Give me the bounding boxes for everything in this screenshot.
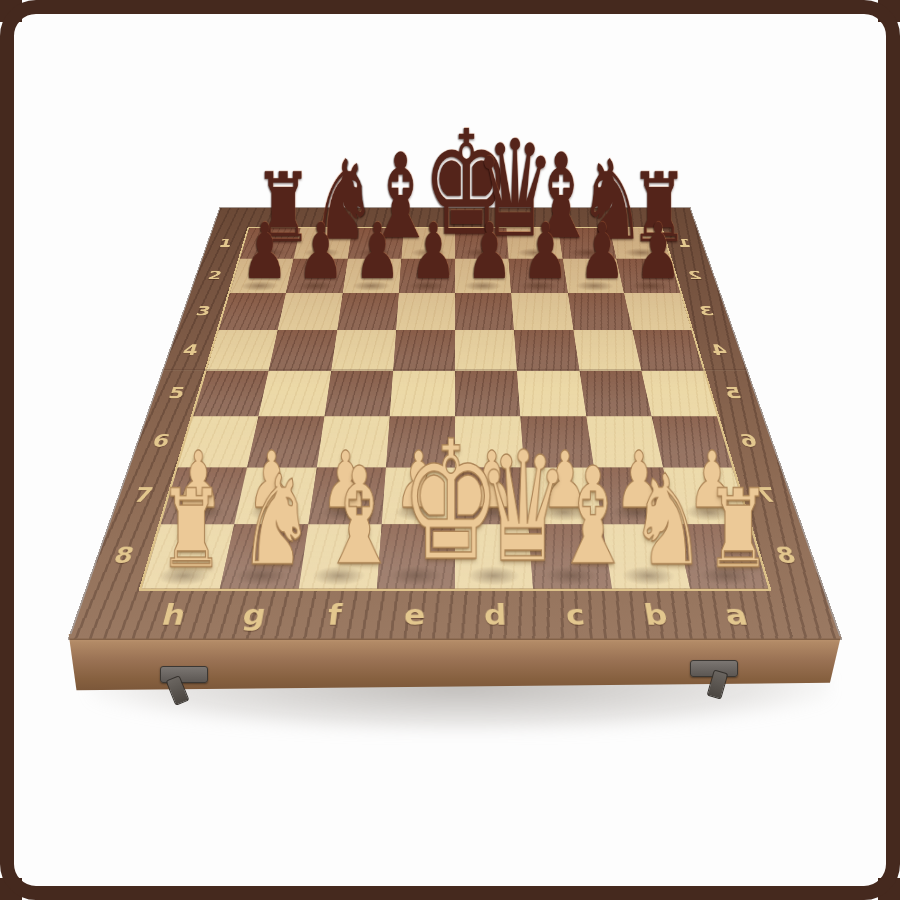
square-g5[interactable] <box>259 371 331 416</box>
photo-border-corner <box>878 878 900 900</box>
rank-label-3: 3 <box>698 305 716 318</box>
square-c2[interactable]: ♟ <box>509 259 568 293</box>
square-e8[interactable]: ♚ <box>377 524 455 588</box>
square-c3[interactable] <box>511 293 573 330</box>
square-d2[interactable]: ♟ <box>455 259 511 293</box>
rank-label-2: 2 <box>206 270 223 282</box>
rank-label-5: 5 <box>166 385 187 401</box>
square-b8[interactable]: ♞ <box>602 524 690 588</box>
rank-label-3: 3 <box>194 305 212 318</box>
square-b3[interactable] <box>568 293 633 330</box>
square-a3[interactable] <box>624 293 691 330</box>
file-labels-bottom: hgfedcba <box>127 591 783 639</box>
light-rook[interactable]: ♜ <box>689 475 767 584</box>
rank-label-8: 8 <box>773 544 799 566</box>
square-h5[interactable] <box>193 371 269 416</box>
square-c5[interactable] <box>517 371 586 416</box>
square-a4[interactable] <box>632 330 703 371</box>
square-f4[interactable] <box>331 330 396 371</box>
square-d8[interactable]: ♛ <box>455 524 533 588</box>
file-label-c: c <box>564 600 586 628</box>
square-g3[interactable] <box>278 293 343 330</box>
square-d3[interactable] <box>455 293 514 330</box>
dark-pawn[interactable]: ♟ <box>511 213 567 290</box>
dark-pawn[interactable]: ♟ <box>286 213 342 290</box>
dark-pawn[interactable]: ♟ <box>624 213 680 290</box>
dark-pawn[interactable]: ♟ <box>399 213 455 290</box>
squares-grid: ♜♞♝♚♛♝♞♜♟♟♟♟♟♟♟♟♟♟♟♟♟♟♟♟♜♞♝♚♛♝♞♜ <box>138 227 771 591</box>
file-label-b: b <box>642 600 670 628</box>
file-label-h: h <box>159 600 189 628</box>
dark-pawn[interactable]: ♟ <box>343 213 399 290</box>
file-label-a: a <box>722 600 751 628</box>
square-e2[interactable]: ♟ <box>399 259 455 293</box>
latch-left <box>160 666 208 683</box>
square-c8[interactable]: ♝ <box>529 524 612 588</box>
square-a2[interactable]: ♟ <box>616 259 680 293</box>
rank-label-4: 4 <box>710 343 729 357</box>
square-b2[interactable]: ♟ <box>563 259 624 293</box>
file-label-f: f <box>326 600 343 628</box>
fold-seam <box>163 370 747 371</box>
light-bishop[interactable]: ♝ <box>299 449 377 583</box>
square-f8[interactable]: ♝ <box>298 524 381 588</box>
square-h3[interactable] <box>219 293 286 330</box>
square-f5[interactable] <box>324 371 393 416</box>
file-label-g: g <box>240 600 268 628</box>
dark-pawn[interactable]: ♟ <box>455 213 511 290</box>
rank-label-8: 8 <box>111 544 137 566</box>
square-d4[interactable] <box>455 330 517 371</box>
square-g4[interactable] <box>269 330 337 371</box>
dark-pawn[interactable]: ♟ <box>230 213 286 290</box>
square-f3[interactable] <box>337 293 399 330</box>
square-g2[interactable]: ♟ <box>286 259 347 293</box>
square-f2[interactable]: ♟ <box>342 259 401 293</box>
square-e3[interactable] <box>396 293 455 330</box>
square-h2[interactable]: ♟ <box>230 259 294 293</box>
square-e4[interactable] <box>393 330 455 371</box>
file-label-d: d <box>483 600 507 628</box>
latch-right <box>690 660 738 677</box>
square-a8[interactable]: ♜ <box>676 524 769 588</box>
rank-label-2: 2 <box>687 270 704 282</box>
square-h4[interactable] <box>207 330 278 371</box>
light-queen[interactable]: ♛ <box>455 431 533 583</box>
chess-board: ♜♞♝♚♛♝♞♜♟♟♟♟♟♟♟♟♟♟♟♟♟♟♟♟♜♞♝♚♛♝♞♜ 1234567… <box>70 208 840 638</box>
photo-border-corner <box>878 0 900 22</box>
file-label-e: e <box>403 600 426 628</box>
rank-label-4: 4 <box>181 343 200 357</box>
square-b5[interactable] <box>579 371 651 416</box>
light-rook[interactable]: ♜ <box>143 475 221 584</box>
light-king[interactable]: ♚ <box>377 419 455 584</box>
light-knight[interactable]: ♞ <box>611 458 689 583</box>
light-bishop[interactable]: ♝ <box>533 449 611 583</box>
square-g8[interactable]: ♞ <box>220 524 308 588</box>
photo-border-corner <box>0 0 22 22</box>
square-a5[interactable] <box>641 371 717 416</box>
light-knight[interactable]: ♞ <box>221 458 299 583</box>
photo-border-corner <box>0 878 22 900</box>
square-b4[interactable] <box>573 330 641 371</box>
dark-pawn[interactable]: ♟ <box>567 213 623 290</box>
square-c4[interactable] <box>514 330 579 371</box>
rank-label-5: 5 <box>723 385 744 401</box>
